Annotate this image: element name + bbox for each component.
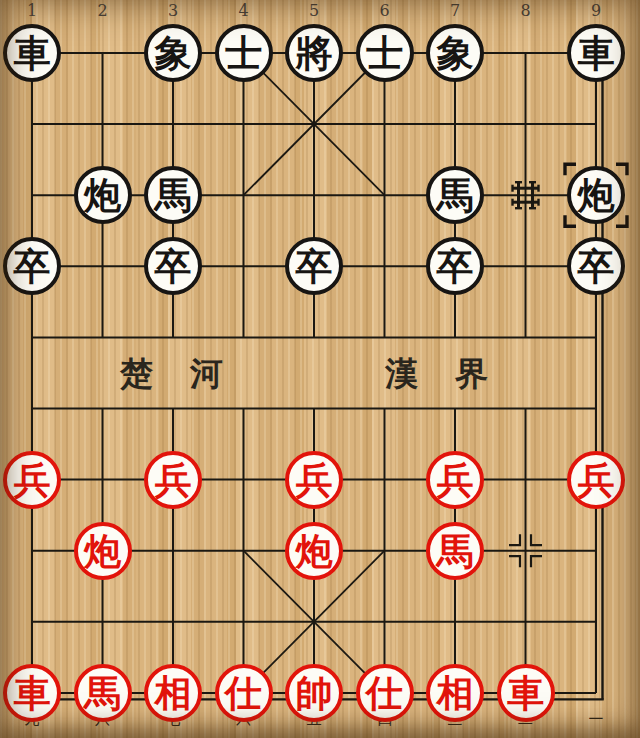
- file-label-top-5: 5: [300, 2, 328, 20]
- piece-black-chariot-f1r1[interactable]: 車: [3, 24, 61, 82]
- piece-black-soldier-f3r4[interactable]: 卒: [144, 237, 202, 295]
- river-label-left: 楚河: [120, 355, 260, 393]
- file-label-top-4: 4: [230, 2, 258, 20]
- file-label-top-2: 2: [89, 2, 117, 20]
- piece-red-soldier-f1r7[interactable]: 兵: [3, 451, 61, 509]
- piece-black-horse-f7r3[interactable]: 馬: [426, 166, 484, 224]
- piece-black-soldier-f9r4[interactable]: 卒: [567, 237, 625, 295]
- piece-black-soldier-f5r4[interactable]: 卒: [285, 237, 343, 295]
- board-grid: [0, 0, 640, 738]
- piece-red-chariot-f8r10[interactable]: 車: [497, 664, 555, 722]
- piece-red-cannon-f5r8[interactable]: 炮: [285, 522, 343, 580]
- piece-red-advisor-f6r10[interactable]: 仕: [356, 664, 414, 722]
- piece-black-advisor-f6r1[interactable]: 士: [356, 24, 414, 82]
- piece-red-horse-f2r10[interactable]: 馬: [74, 664, 132, 722]
- piece-red-elephant-f7r10[interactable]: 相: [426, 664, 484, 722]
- piece-red-general-f5r10[interactable]: 帥: [285, 664, 343, 722]
- file-label-top-7: 7: [441, 2, 469, 20]
- file-label-top-6: 6: [371, 2, 399, 20]
- piece-red-chariot-f1r10[interactable]: 車: [3, 664, 61, 722]
- piece-red-soldier-f3r7[interactable]: 兵: [144, 451, 202, 509]
- piece-black-cannon-f2r3[interactable]: 炮: [74, 166, 132, 224]
- file-label-top-9: 9: [582, 2, 610, 20]
- piece-black-elephant-f3r1[interactable]: 象: [144, 24, 202, 82]
- piece-black-advisor-f4r1[interactable]: 士: [215, 24, 273, 82]
- file-label-top-1: 1: [18, 2, 46, 20]
- piece-red-horse-f7r8[interactable]: 馬: [426, 522, 484, 580]
- piece-red-elephant-f3r10[interactable]: 相: [144, 664, 202, 722]
- xiangqi-board[interactable]: 123456789 九八七六五四三二一 楚河 漢界 車象士將士象車炮馬馬炮卒卒卒…: [0, 0, 640, 738]
- piece-red-soldier-f9r7[interactable]: 兵: [567, 451, 625, 509]
- file-label-top-8: 8: [512, 2, 540, 20]
- piece-black-horse-f3r3[interactable]: 馬: [144, 166, 202, 224]
- piece-black-soldier-f7r4[interactable]: 卒: [426, 237, 484, 295]
- file-label-bottom-9: 一: [582, 710, 610, 728]
- piece-red-soldier-f7r7[interactable]: 兵: [426, 451, 484, 509]
- river-label-right: 漢界: [385, 355, 525, 393]
- file-label-top-3: 3: [159, 2, 187, 20]
- piece-red-advisor-f4r10[interactable]: 仕: [215, 664, 273, 722]
- piece-red-cannon-f2r8[interactable]: 炮: [74, 522, 132, 580]
- piece-black-cannon-f9r3[interactable]: 炮: [567, 166, 625, 224]
- piece-black-soldier-f1r4[interactable]: 卒: [3, 237, 61, 295]
- piece-black-elephant-f7r1[interactable]: 象: [426, 24, 484, 82]
- piece-black-general-f5r1[interactable]: 將: [285, 24, 343, 82]
- piece-red-soldier-f5r7[interactable]: 兵: [285, 451, 343, 509]
- piece-black-chariot-f9r1[interactable]: 車: [567, 24, 625, 82]
